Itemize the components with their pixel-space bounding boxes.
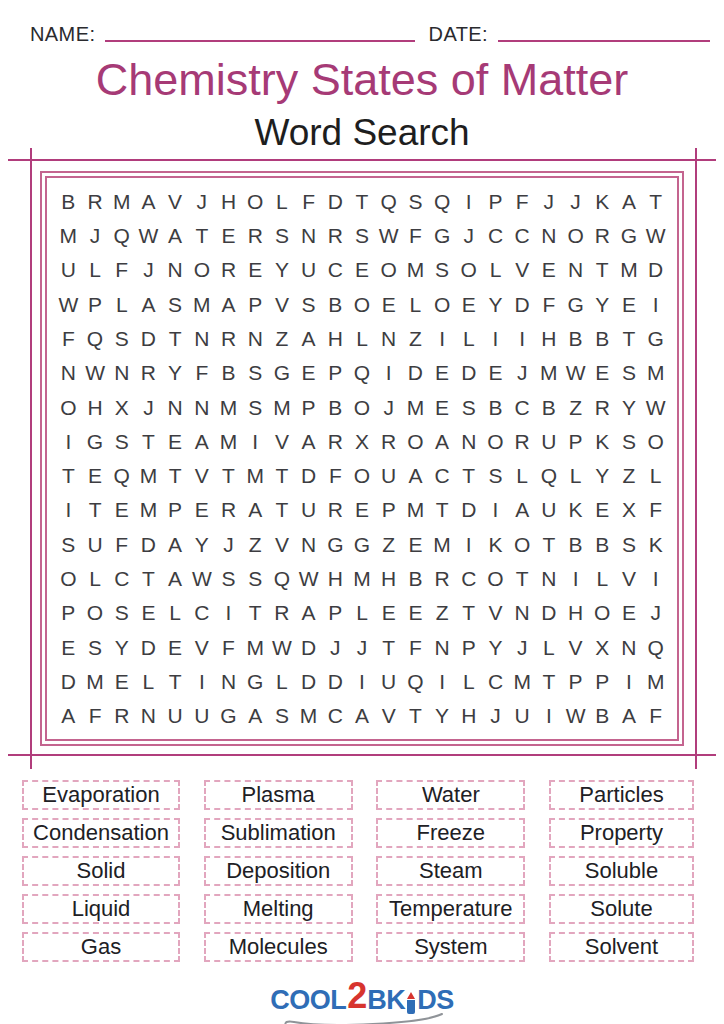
grid-cell-r13c11[interactable]: P [322, 596, 349, 630]
grid-cell-r14c2[interactable]: S [82, 630, 109, 664]
grid-cell-r10c10[interactable]: U [295, 493, 322, 527]
grid-cell-r2c4[interactable]: W [135, 218, 162, 252]
grid-cell-r10c4[interactable]: M [135, 493, 162, 527]
grid-cell-r5c22[interactable]: T [616, 321, 643, 355]
grid-cell-r3c3[interactable]: F [108, 253, 135, 287]
grid-cell-r16c8[interactable]: A [242, 699, 269, 733]
grid-cell-r4c3[interactable]: L [108, 287, 135, 321]
grid-cell-r7c9[interactable]: M [269, 390, 296, 424]
grid-cell-r3c4[interactable]: J [135, 253, 162, 287]
grid-cell-r11c21[interactable]: B [589, 527, 616, 561]
grid-cell-r1c9[interactable]: L [269, 184, 296, 218]
grid-cell-r11c20[interactable]: B [562, 527, 589, 561]
grid-cell-r12c3[interactable]: C [108, 561, 135, 595]
grid-cell-r13c5[interactable]: L [162, 596, 189, 630]
grid-cell-r1c8[interactable]: O [242, 184, 269, 218]
grid-cell-r7c17[interactable]: B [482, 390, 509, 424]
grid-cell-r10c5[interactable]: P [162, 493, 189, 527]
grid-cell-r5c20[interactable]: B [562, 321, 589, 355]
grid-cell-r4c4[interactable]: A [135, 287, 162, 321]
grid-cell-r14c6[interactable]: V [188, 630, 215, 664]
grid-cell-r3c13[interactable]: O [375, 253, 402, 287]
grid-cell-r2c22[interactable]: G [616, 218, 643, 252]
grid-cell-r10c17[interactable]: I [482, 493, 509, 527]
grid-cell-r1c5[interactable]: V [162, 184, 189, 218]
grid-cell-r11c14[interactable]: E [402, 527, 429, 561]
grid-cell-r15c6[interactable]: I [188, 664, 215, 698]
grid-cell-r6c20[interactable]: W [562, 356, 589, 390]
grid-cell-r9c11[interactable]: F [322, 459, 349, 493]
grid-cell-r8c6[interactable]: A [188, 424, 215, 458]
grid-cell-r9c13[interactable]: U [375, 459, 402, 493]
grid-cell-r16c23[interactable]: F [642, 699, 669, 733]
grid-cell-r2c9[interactable]: S [269, 218, 296, 252]
grid-cell-r7c5[interactable]: N [162, 390, 189, 424]
grid-cell-r3c11[interactable]: C [322, 253, 349, 287]
grid-cell-r4c19[interactable]: F [536, 287, 563, 321]
grid-cell-r4c16[interactable]: E [455, 287, 482, 321]
grid-cell-r8c22[interactable]: S [616, 424, 643, 458]
grid-cell-r8c17[interactable]: O [482, 424, 509, 458]
grid-cell-r14c15[interactable]: N [429, 630, 456, 664]
grid-cell-r9c6[interactable]: V [188, 459, 215, 493]
grid-cell-r1c13[interactable]: Q [375, 184, 402, 218]
grid-cell-r12c23[interactable]: I [642, 561, 669, 595]
grid-cell-r2c13[interactable]: W [375, 218, 402, 252]
grid-cell-r1c10[interactable]: F [295, 184, 322, 218]
grid-cell-r6c7[interactable]: B [215, 356, 242, 390]
grid-cell-r13c7[interactable]: I [215, 596, 242, 630]
grid-cell-r13c3[interactable]: S [108, 596, 135, 630]
grid-cell-r16c2[interactable]: F [82, 699, 109, 733]
grid-cell-r10c23[interactable]: F [642, 493, 669, 527]
grid-cell-r5c4[interactable]: D [135, 321, 162, 355]
grid-cell-r8c23[interactable]: O [642, 424, 669, 458]
grid-cell-r1c11[interactable]: D [322, 184, 349, 218]
grid-cell-r16c5[interactable]: U [162, 699, 189, 733]
grid-cell-r3c15[interactable]: S [429, 253, 456, 287]
grid-cell-r10c7[interactable]: R [215, 493, 242, 527]
grid-cell-r12c6[interactable]: W [188, 561, 215, 595]
grid-cell-r16c14[interactable]: T [402, 699, 429, 733]
grid-cell-r12c2[interactable]: L [82, 561, 109, 595]
grid-cell-r10c16[interactable]: D [455, 493, 482, 527]
grid-cell-r16c9[interactable]: S [269, 699, 296, 733]
grid-cell-r4c15[interactable]: O [429, 287, 456, 321]
grid-cell-r3c16[interactable]: O [455, 253, 482, 287]
grid-cell-r11c5[interactable]: A [162, 527, 189, 561]
grid-cell-r8c1[interactable]: I [55, 424, 82, 458]
grid-cell-r5c11[interactable]: H [322, 321, 349, 355]
grid-cell-r5c21[interactable]: B [589, 321, 616, 355]
grid-cell-r7c23[interactable]: W [642, 390, 669, 424]
grid-cell-r2c17[interactable]: C [482, 218, 509, 252]
grid-cell-r11c12[interactable]: G [349, 527, 376, 561]
grid-cell-r9c14[interactable]: A [402, 459, 429, 493]
grid-cell-r12c1[interactable]: O [55, 561, 82, 595]
grid-cell-r6c16[interactable]: D [455, 356, 482, 390]
grid-cell-r10c14[interactable]: M [402, 493, 429, 527]
grid-cell-r5c23[interactable]: G [642, 321, 669, 355]
grid-cell-r14c11[interactable]: J [322, 630, 349, 664]
grid-cell-r10c9[interactable]: T [269, 493, 296, 527]
grid-cell-r11c2[interactable]: U [82, 527, 109, 561]
grid-cell-r2c6[interactable]: T [188, 218, 215, 252]
grid-cell-r15c2[interactable]: M [82, 664, 109, 698]
grid-cell-r6c18[interactable]: J [509, 356, 536, 390]
grid-cell-r7c1[interactable]: O [55, 390, 82, 424]
grid-cell-r15c15[interactable]: I [429, 664, 456, 698]
grid-cell-r4c5[interactable]: S [162, 287, 189, 321]
grid-cell-r3c10[interactable]: U [295, 253, 322, 287]
grid-cell-r5c13[interactable]: N [375, 321, 402, 355]
grid-cell-r13c19[interactable]: D [536, 596, 563, 630]
grid-cell-r14c17[interactable]: Y [482, 630, 509, 664]
grid-cell-r10c18[interactable]: A [509, 493, 536, 527]
grid-cell-r13c16[interactable]: T [455, 596, 482, 630]
grid-cell-r15c17[interactable]: C [482, 664, 509, 698]
grid-cell-r14c3[interactable]: Y [108, 630, 135, 664]
grid-cell-r9c22[interactable]: Z [616, 459, 643, 493]
grid-cell-r3c8[interactable]: E [242, 253, 269, 287]
grid-cell-r5c7[interactable]: R [215, 321, 242, 355]
grid-cell-r4c6[interactable]: M [188, 287, 215, 321]
grid-cell-r16c15[interactable]: Y [429, 699, 456, 733]
grid-cell-r6c9[interactable]: G [269, 356, 296, 390]
grid-cell-r15c23[interactable]: M [642, 664, 669, 698]
grid-cell-r1c6[interactable]: J [188, 184, 215, 218]
grid-cell-r7c20[interactable]: Z [562, 390, 589, 424]
grid-cell-r13c9[interactable]: R [269, 596, 296, 630]
grid-cell-r2c15[interactable]: G [429, 218, 456, 252]
grid-cell-r10c1[interactable]: I [55, 493, 82, 527]
grid-cell-r4c1[interactable]: W [55, 287, 82, 321]
grid-cell-r11c4[interactable]: D [135, 527, 162, 561]
grid-cell-r8c8[interactable]: I [242, 424, 269, 458]
grid-cell-r9c15[interactable]: C [429, 459, 456, 493]
grid-cell-r7c6[interactable]: N [188, 390, 215, 424]
grid-cell-r11c8[interactable]: Z [242, 527, 269, 561]
grid-cell-r8c18[interactable]: R [509, 424, 536, 458]
grid-cell-r11c7[interactable]: J [215, 527, 242, 561]
grid-cell-r8c15[interactable]: A [429, 424, 456, 458]
grid-cell-r6c19[interactable]: M [536, 356, 563, 390]
grid-cell-r8c9[interactable]: V [269, 424, 296, 458]
grid-cell-r2c20[interactable]: O [562, 218, 589, 252]
grid-cell-r7c15[interactable]: E [429, 390, 456, 424]
grid-cell-r15c22[interactable]: I [616, 664, 643, 698]
grid-cell-r12c22[interactable]: V [616, 561, 643, 595]
grid-cell-r5c8[interactable]: N [242, 321, 269, 355]
grid-cell-r8c10[interactable]: A [295, 424, 322, 458]
grid-cell-r9c7[interactable]: T [215, 459, 242, 493]
grid-cell-r5c17[interactable]: I [482, 321, 509, 355]
grid-cell-r2c10[interactable]: N [295, 218, 322, 252]
grid-cell-r11c15[interactable]: M [429, 527, 456, 561]
grid-cell-r13c15[interactable]: Z [429, 596, 456, 630]
grid-cell-r16c11[interactable]: C [322, 699, 349, 733]
grid-cell-r8c7[interactable]: M [215, 424, 242, 458]
grid-cell-r5c6[interactable]: N [188, 321, 215, 355]
grid-cell-r5c10[interactable]: A [295, 321, 322, 355]
grid-cell-r14c7[interactable]: F [215, 630, 242, 664]
grid-cell-r9c17[interactable]: S [482, 459, 509, 493]
grid-cell-r4c23[interactable]: I [642, 287, 669, 321]
grid-cell-r13c17[interactable]: V [482, 596, 509, 630]
grid-cell-r8c11[interactable]: R [322, 424, 349, 458]
grid-cell-r3c22[interactable]: M [616, 253, 643, 287]
grid-cell-r5c12[interactable]: L [349, 321, 376, 355]
grid-cell-r10c8[interactable]: A [242, 493, 269, 527]
grid-cell-r6c1[interactable]: N [55, 356, 82, 390]
grid-cell-r7c11[interactable]: B [322, 390, 349, 424]
grid-cell-r15c19[interactable]: T [536, 664, 563, 698]
grid-cell-r3c17[interactable]: L [482, 253, 509, 287]
grid-cell-r2c3[interactable]: Q [108, 218, 135, 252]
grid-cell-r11c17[interactable]: K [482, 527, 509, 561]
grid-cell-r16c20[interactable]: W [562, 699, 589, 733]
grid-cell-r8c3[interactable]: S [108, 424, 135, 458]
grid-cell-r14c20[interactable]: V [562, 630, 589, 664]
grid-cell-r3c5[interactable]: N [162, 253, 189, 287]
grid-cell-r15c16[interactable]: L [455, 664, 482, 698]
grid-cell-r16c16[interactable]: H [455, 699, 482, 733]
grid-cell-r1c1[interactable]: B [55, 184, 82, 218]
grid-cell-r14c5[interactable]: E [162, 630, 189, 664]
grid-cell-r10c15[interactable]: T [429, 493, 456, 527]
grid-cell-r9c18[interactable]: L [509, 459, 536, 493]
grid-cell-r10c13[interactable]: P [375, 493, 402, 527]
grid-cell-r9c21[interactable]: Y [589, 459, 616, 493]
grid-cell-r15c18[interactable]: M [509, 664, 536, 698]
grid-cell-r4c20[interactable]: G [562, 287, 589, 321]
grid-cell-r7c4[interactable]: J [135, 390, 162, 424]
grid-cell-r4c7[interactable]: A [215, 287, 242, 321]
grid-cell-r6c15[interactable]: E [429, 356, 456, 390]
grid-cell-r14c21[interactable]: X [589, 630, 616, 664]
grid-cell-r1c2[interactable]: R [82, 184, 109, 218]
grid-cell-r15c5[interactable]: T [162, 664, 189, 698]
grid-cell-r10c2[interactable]: T [82, 493, 109, 527]
grid-cell-r9c9[interactable]: T [269, 459, 296, 493]
grid-cell-r3c12[interactable]: E [349, 253, 376, 287]
grid-cell-r13c22[interactable]: E [616, 596, 643, 630]
grid-cell-r2c7[interactable]: E [215, 218, 242, 252]
grid-cell-r1c19[interactable]: J [536, 184, 563, 218]
grid-cell-r14c13[interactable]: T [375, 630, 402, 664]
grid-cell-r5c3[interactable]: S [108, 321, 135, 355]
grid-cell-r13c4[interactable]: E [135, 596, 162, 630]
grid-cell-r16c3[interactable]: R [108, 699, 135, 733]
grid-cell-r11c10[interactable]: N [295, 527, 322, 561]
grid-cell-r4c21[interactable]: Y [589, 287, 616, 321]
grid-cell-r12c8[interactable]: S [242, 561, 269, 595]
grid-cell-r12c17[interactable]: O [482, 561, 509, 595]
grid-cell-r8c21[interactable]: K [589, 424, 616, 458]
grid-cell-r9c2[interactable]: E [82, 459, 109, 493]
grid-cell-r14c14[interactable]: F [402, 630, 429, 664]
grid-cell-r11c13[interactable]: Z [375, 527, 402, 561]
grid-cell-r9c19[interactable]: Q [536, 459, 563, 493]
grid-cell-r3c2[interactable]: L [82, 253, 109, 287]
grid-cell-r14c1[interactable]: E [55, 630, 82, 664]
grid-cell-r4c18[interactable]: D [509, 287, 536, 321]
grid-cell-r6c10[interactable]: E [295, 356, 322, 390]
grid-cell-r15c11[interactable]: D [322, 664, 349, 698]
date-input-line[interactable] [498, 40, 710, 42]
grid-cell-r16c7[interactable]: G [215, 699, 242, 733]
grid-cell-r8c12[interactable]: X [349, 424, 376, 458]
grid-cell-r6c22[interactable]: S [616, 356, 643, 390]
grid-cell-r13c23[interactable]: J [642, 596, 669, 630]
grid-cell-r11c18[interactable]: O [509, 527, 536, 561]
grid-cell-r15c4[interactable]: L [135, 664, 162, 698]
grid-cell-r13c13[interactable]: E [375, 596, 402, 630]
grid-cell-r5c18[interactable]: I [509, 321, 536, 355]
grid-cell-r4c10[interactable]: S [295, 287, 322, 321]
grid-cell-r1c3[interactable]: M [108, 184, 135, 218]
grid-cell-r7c16[interactable]: S [455, 390, 482, 424]
grid-cell-r4c11[interactable]: B [322, 287, 349, 321]
grid-cell-r1c18[interactable]: F [509, 184, 536, 218]
grid-cell-r14c22[interactable]: N [616, 630, 643, 664]
grid-cell-r13c8[interactable]: T [242, 596, 269, 630]
grid-cell-r13c1[interactable]: P [55, 596, 82, 630]
grid-cell-r13c20[interactable]: H [562, 596, 589, 630]
grid-cell-r12c13[interactable]: H [375, 561, 402, 595]
grid-cell-r16c13[interactable]: V [375, 699, 402, 733]
grid-cell-r14c10[interactable]: D [295, 630, 322, 664]
grid-cell-r14c18[interactable]: J [509, 630, 536, 664]
grid-cell-r7c7[interactable]: M [215, 390, 242, 424]
grid-cell-r1c22[interactable]: A [616, 184, 643, 218]
grid-cell-r9c3[interactable]: Q [108, 459, 135, 493]
grid-cell-r1c14[interactable]: S [402, 184, 429, 218]
grid-cell-r15c10[interactable]: D [295, 664, 322, 698]
grid-cell-r7c19[interactable]: B [536, 390, 563, 424]
grid-cell-r4c14[interactable]: L [402, 287, 429, 321]
grid-cell-r15c7[interactable]: N [215, 664, 242, 698]
grid-cell-r5c5[interactable]: T [162, 321, 189, 355]
grid-cell-r6c4[interactable]: R [135, 356, 162, 390]
grid-cell-r11c19[interactable]: T [536, 527, 563, 561]
grid-cell-r12c10[interactable]: W [295, 561, 322, 595]
grid-cell-r14c16[interactable]: P [455, 630, 482, 664]
grid-cell-r12c9[interactable]: Q [269, 561, 296, 595]
grid-cell-r12c20[interactable]: I [562, 561, 589, 595]
grid-cell-r2c23[interactable]: W [642, 218, 669, 252]
grid-cell-r15c3[interactable]: E [108, 664, 135, 698]
grid-cell-r13c2[interactable]: O [82, 596, 109, 630]
grid-cell-r1c4[interactable]: A [135, 184, 162, 218]
grid-cell-r10c20[interactable]: K [562, 493, 589, 527]
grid-cell-r6c8[interactable]: S [242, 356, 269, 390]
grid-cell-r10c11[interactable]: R [322, 493, 349, 527]
grid-cell-r14c23[interactable]: Q [642, 630, 669, 664]
grid-cell-r12c14[interactable]: B [402, 561, 429, 595]
grid-cell-r1c15[interactable]: Q [429, 184, 456, 218]
grid-cell-r2c8[interactable]: R [242, 218, 269, 252]
grid-cell-r10c12[interactable]: E [349, 493, 376, 527]
grid-cell-r6c5[interactable]: Y [162, 356, 189, 390]
grid-cell-r5c16[interactable]: L [455, 321, 482, 355]
grid-cell-r7c3[interactable]: X [108, 390, 135, 424]
grid-cell-r14c12[interactable]: J [349, 630, 376, 664]
grid-cell-r6c21[interactable]: E [589, 356, 616, 390]
grid-cell-r15c14[interactable]: Q [402, 664, 429, 698]
grid-cell-r7c13[interactable]: J [375, 390, 402, 424]
grid-cell-r11c16[interactable]: I [455, 527, 482, 561]
grid-cell-r7c2[interactable]: H [82, 390, 109, 424]
grid-cell-r3c21[interactable]: T [589, 253, 616, 287]
grid-cell-r12c11[interactable]: H [322, 561, 349, 595]
grid-cell-r15c21[interactable]: P [589, 664, 616, 698]
grid-cell-r8c20[interactable]: P [562, 424, 589, 458]
grid-cell-r16c10[interactable]: M [295, 699, 322, 733]
grid-cell-r8c14[interactable]: O [402, 424, 429, 458]
grid-cell-r7c22[interactable]: Y [616, 390, 643, 424]
grid-cell-r16c17[interactable]: J [482, 699, 509, 733]
grid-cell-r16c19[interactable]: I [536, 699, 563, 733]
grid-cell-r13c6[interactable]: C [188, 596, 215, 630]
grid-cell-r1c7[interactable]: H [215, 184, 242, 218]
grid-cell-r16c4[interactable]: N [135, 699, 162, 733]
grid-cell-r9c23[interactable]: L [642, 459, 669, 493]
grid-cell-r4c9[interactable]: V [269, 287, 296, 321]
grid-cell-r7c12[interactable]: O [349, 390, 376, 424]
grid-cell-r10c21[interactable]: E [589, 493, 616, 527]
grid-cell-r7c21[interactable]: R [589, 390, 616, 424]
grid-cell-r4c22[interactable]: E [616, 287, 643, 321]
grid-cell-r14c19[interactable]: L [536, 630, 563, 664]
grid-cell-r3c20[interactable]: N [562, 253, 589, 287]
grid-cell-r13c14[interactable]: E [402, 596, 429, 630]
grid-cell-r1c21[interactable]: K [589, 184, 616, 218]
grid-cell-r15c12[interactable]: I [349, 664, 376, 698]
grid-cell-r8c16[interactable]: N [455, 424, 482, 458]
grid-cell-r10c19[interactable]: U [536, 493, 563, 527]
grid-cell-r8c4[interactable]: T [135, 424, 162, 458]
grid-cell-r14c9[interactable]: W [269, 630, 296, 664]
grid-cell-r8c5[interactable]: E [162, 424, 189, 458]
grid-cell-r15c9[interactable]: L [269, 664, 296, 698]
grid-cell-r7c14[interactable]: M [402, 390, 429, 424]
grid-cell-r6c12[interactable]: Q [349, 356, 376, 390]
grid-cell-r13c10[interactable]: A [295, 596, 322, 630]
grid-cell-r5c9[interactable]: Z [269, 321, 296, 355]
grid-cell-r6c17[interactable]: E [482, 356, 509, 390]
grid-cell-r6c13[interactable]: I [375, 356, 402, 390]
grid-cell-r5c14[interactable]: Z [402, 321, 429, 355]
grid-cell-r1c23[interactable]: T [642, 184, 669, 218]
grid-cell-r3c1[interactable]: U [55, 253, 82, 287]
grid-cell-r7c10[interactable]: P [295, 390, 322, 424]
grid-cell-r11c22[interactable]: S [616, 527, 643, 561]
name-input-line[interactable] [105, 40, 414, 42]
grid-cell-r8c19[interactable]: U [536, 424, 563, 458]
grid-cell-r9c20[interactable]: L [562, 459, 589, 493]
grid-cell-r13c18[interactable]: N [509, 596, 536, 630]
grid-cell-r13c12[interactable]: L [349, 596, 376, 630]
grid-cell-r12c12[interactable]: M [349, 561, 376, 595]
grid-cell-r1c12[interactable]: T [349, 184, 376, 218]
grid-cell-r2c12[interactable]: S [349, 218, 376, 252]
grid-cell-r12c18[interactable]: T [509, 561, 536, 595]
grid-cell-r9c16[interactable]: T [455, 459, 482, 493]
grid-cell-r7c8[interactable]: S [242, 390, 269, 424]
grid-cell-r3c6[interactable]: O [188, 253, 215, 287]
grid-cell-r9c12[interactable]: O [349, 459, 376, 493]
